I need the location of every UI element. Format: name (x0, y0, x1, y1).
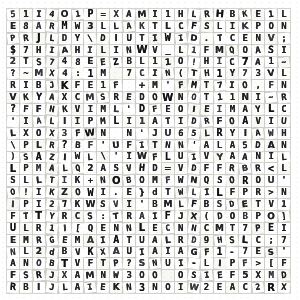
grid-cell: R (214, 128, 226, 139)
grid-cell: B (33, 80, 45, 91)
grid-cell: F (214, 116, 226, 127)
grid-cell: B (20, 282, 32, 293)
grid-cell: L (265, 104, 277, 115)
grid-cell: 8 (71, 56, 84, 68)
grid-cell: E (84, 80, 96, 91)
grid-cell: L (97, 45, 109, 56)
grid-cell: $ (7, 45, 19, 56)
grid-cell: E (214, 282, 226, 293)
grid-cell: 7 (239, 57, 251, 68)
grid-cell: S (20, 151, 32, 162)
grid-cell: L (200, 127, 213, 139)
grid-cell: D (252, 139, 265, 151)
grid-cell: R (33, 223, 45, 234)
grid-cell: D (149, 163, 161, 174)
grid-cell: L (58, 282, 71, 294)
grid-cell: D (97, 32, 110, 44)
grid-cell: K (58, 104, 71, 116)
grid-cell: S (97, 199, 110, 211)
grid-cell: I (200, 270, 212, 281)
grid-cell: A (84, 235, 96, 246)
grid-cell: Y (213, 151, 226, 163)
grid-cell: I (252, 92, 264, 103)
grid-cell: C (226, 33, 238, 44)
grid-cell: : (71, 68, 84, 80)
grid-cell: A (226, 152, 238, 163)
grid-cell: [ (265, 258, 277, 269)
grid-cell: O (7, 187, 19, 198)
grid-cell: N (20, 258, 32, 269)
grid-cell: E (239, 199, 252, 211)
grid-cell: C (174, 20, 187, 32)
grid-cell: F (123, 140, 135, 151)
grid-cell: F (174, 80, 187, 92)
grid-cell: B (45, 258, 58, 270)
grid-cell: F (84, 140, 96, 151)
grid-cell: 1 (162, 9, 174, 20)
grid-cell: 6 (174, 127, 187, 139)
grid-cell: L (110, 116, 122, 127)
grid-cell: N (123, 44, 136, 56)
grid-cell: E (7, 21, 19, 32)
grid-cell: P (226, 258, 238, 269)
grid-cell: I (175, 32, 187, 43)
grid-cell: . (110, 187, 123, 199)
grid-cell: E (97, 56, 110, 68)
grid-cell: N (162, 139, 175, 151)
grid-cell: E (123, 92, 136, 104)
grid-cell: K (45, 187, 58, 199)
grid-cell: B (59, 247, 71, 258)
grid-cell: W (84, 127, 96, 138)
grid-cell: B (149, 199, 161, 210)
grid-cell: L (239, 234, 252, 246)
grid-cell: I (110, 45, 122, 56)
grid-cell: W (84, 187, 96, 198)
grid-cell: T (123, 235, 135, 246)
grid-cell: T (213, 32, 226, 44)
grid-cell: V (71, 246, 84, 258)
grid-cell: N (123, 282, 136, 294)
grid-cell: 1 (265, 9, 278, 21)
grid-cell: N (278, 187, 290, 198)
grid-cell: X (45, 127, 58, 139)
grid-cell: A (239, 104, 251, 115)
grid-cell: M (187, 80, 200, 92)
grid-cell (123, 80, 135, 91)
grid-cell: F (110, 80, 123, 92)
grid-cell: U (7, 223, 19, 234)
grid-cell: ; (265, 235, 277, 246)
grid-cell: T (226, 223, 238, 234)
grid-cell: A (252, 56, 265, 68)
grid-cell: Y (45, 210, 58, 222)
letter-grid-board: 51I4O1P=XAMI1HLRHBKE1LE8ARMW3LLAKTLCFSLI… (6, 8, 291, 294)
grid-cell: C (72, 92, 84, 103)
grid-cell: K (239, 20, 252, 32)
grid-cell: O (226, 211, 238, 222)
grid-cell: Y (226, 128, 238, 139)
grid-cell: A (45, 163, 58, 175)
grid-cell: > (265, 187, 278, 199)
grid-cell: I (213, 258, 226, 270)
grid-cell: N (7, 246, 20, 258)
grid-cell: T (201, 92, 213, 103)
grid-cell: L (20, 175, 32, 186)
grid-cell: T (162, 187, 174, 198)
grid-cell: I (59, 116, 71, 127)
grid-cell: F (149, 151, 162, 163)
grid-cell: O (265, 210, 278, 222)
grid-cell: D (187, 234, 200, 246)
grid-cell: P (110, 258, 123, 270)
grid-cell: I (45, 44, 58, 56)
grid-cell: M (97, 68, 109, 79)
grid-cell: = (162, 163, 174, 174)
grid-cell: N (252, 33, 264, 44)
grid-cell: A (201, 140, 213, 151)
grid-cell: 7 (45, 56, 58, 68)
grid-cell: 4 (59, 57, 71, 68)
grid-cell: , (252, 80, 264, 91)
grid-cell: A (7, 258, 19, 269)
grid-cell: ( (201, 211, 213, 222)
grid-cell: Z (45, 151, 58, 163)
grid-cell: T (201, 80, 213, 91)
grid-cell: P (252, 211, 264, 222)
grid-cell: 2 (84, 163, 96, 174)
grid-cell: A (239, 116, 251, 127)
grid-cell: N (187, 222, 200, 234)
grid-cell: O (71, 187, 84, 199)
grid-cell: R (45, 139, 58, 151)
grid-cell: P (20, 163, 32, 174)
grid-cell: R (265, 282, 277, 293)
grid-cell: I (226, 80, 239, 92)
grid-cell: S (110, 163, 122, 174)
grid-cell: 2 (252, 282, 264, 293)
grid-cell: I (123, 152, 135, 163)
grid-cell: D (187, 32, 200, 44)
grid-cell: C (72, 211, 84, 222)
grid-cell: 7 (123, 68, 135, 79)
grid-cell: H (72, 45, 84, 56)
grid-cell: B (201, 199, 213, 210)
grid-cell: G (187, 246, 200, 258)
grid-cell: V (7, 92, 19, 103)
grid-cell: L (214, 21, 226, 32)
grid-cell: O (226, 115, 239, 127)
grid-cell: K (72, 175, 84, 186)
grid-cell: . (201, 33, 213, 44)
grid-cell: 3 (252, 68, 264, 79)
grid-cell: B (123, 175, 135, 186)
grid-cell: I (84, 44, 97, 56)
grid-cell: R (32, 234, 45, 246)
grid-cell: V (175, 163, 187, 174)
grid-cell: E (239, 33, 251, 44)
grid-cell: E (123, 187, 135, 198)
grid-cell: T (19, 210, 32, 222)
grid-cell: V (110, 199, 123, 211)
grid-cell: 1 (214, 247, 226, 258)
grid-cell: A (252, 44, 265, 56)
grid-cell: I (97, 234, 110, 246)
grid-cell: D (226, 199, 238, 210)
grid-cell: d (45, 246, 58, 258)
grid-cell: C (162, 222, 174, 233)
grid-cell: Q (84, 223, 96, 234)
grid-cell: F (20, 104, 33, 116)
grid-cell: I (72, 116, 84, 127)
grid-cell: N (123, 222, 136, 234)
grid-cell: = (97, 9, 109, 20)
grid-cell: 1 (97, 80, 109, 91)
grid-cell: F (162, 211, 174, 222)
puzzle-page: 51I4O1P=XAMI1HLRHBKE1LE8ARMW3LLAKTLCFSLI… (0, 0, 300, 300)
grid-cell: O (33, 128, 45, 139)
grid-cell: D (136, 104, 148, 115)
grid-cell: ? (123, 258, 136, 270)
grid-cell: T (187, 68, 200, 80)
grid-cell: ' (162, 80, 174, 91)
grid-cell: L (162, 21, 174, 32)
grid-cell: I (136, 246, 149, 258)
grid-cell: L (110, 104, 123, 116)
grid-cell: H (213, 234, 225, 245)
grid-cell: F (7, 211, 19, 222)
grid-cell: P (7, 32, 19, 43)
grid-cell: X (97, 246, 109, 257)
grid-cell: O (175, 270, 187, 281)
grid-cell: V (123, 163, 136, 175)
grid-cell: 4 (58, 68, 71, 80)
grid-cell: E (265, 223, 277, 234)
grid-cell: A (45, 92, 58, 104)
grid-cell: T (20, 57, 32, 68)
grid-cell: Q (226, 44, 238, 55)
grid-cell: A (72, 282, 84, 293)
grid-cell: D (213, 210, 226, 222)
grid-cell: K (72, 199, 84, 210)
grid-cell: L (278, 163, 290, 174)
grid-cell: R (7, 282, 20, 294)
grid-cell: N (123, 128, 135, 139)
grid-cell: Y (72, 33, 84, 44)
grid-cell: L (214, 140, 226, 151)
grid-cell: 5 (239, 270, 251, 281)
grid-cell: N (175, 223, 187, 234)
grid-cell: W (136, 45, 148, 56)
grid-cell: K (19, 92, 32, 104)
grid-cell: ' (136, 127, 149, 139)
grid-cell: H (278, 128, 290, 139)
grid-cell: 2 (7, 57, 19, 68)
grid-cell: O (149, 270, 162, 282)
grid-cell: Z (110, 56, 122, 67)
grid-cell: - (226, 246, 239, 258)
grid-cell: W (162, 92, 174, 103)
grid-cell: F (7, 270, 19, 281)
grid-cell: 3 (123, 270, 135, 281)
grid-cell: S (97, 92, 109, 103)
grid-cell: A (226, 140, 238, 151)
grid-cell: - (187, 258, 200, 270)
grid-cell: R (252, 187, 264, 198)
grid-cell (162, 270, 174, 281)
grid-cell: O (32, 258, 45, 270)
grid-cell: J (33, 33, 45, 44)
grid-cell: N (187, 175, 200, 187)
grid-cell: X (59, 92, 71, 103)
grid-cell: N (252, 152, 264, 163)
grid-cell: M (33, 163, 45, 174)
grid-cell: L (214, 187, 226, 198)
grid-cell: A (149, 247, 161, 258)
grid-cell: H (213, 9, 226, 21)
grid-cell: O (187, 92, 200, 104)
grid-cell: I (214, 57, 226, 68)
grid-cell: ' (110, 152, 122, 163)
grid-cell: R (45, 20, 58, 32)
grid-cell: F (187, 199, 200, 211)
grid-cell: F (200, 246, 213, 258)
grid-cell: V (265, 199, 277, 210)
grid-cell: X (187, 210, 200, 222)
grid-cell: L (110, 20, 123, 32)
grid-cell: N (239, 92, 251, 103)
grid-cell: _ (162, 45, 174, 56)
grid-cell: I (149, 32, 162, 44)
grid-cell: Y (226, 68, 238, 79)
grid-cell: A (149, 116, 161, 127)
grid-cell: L (97, 21, 109, 32)
grid-cell: J (45, 270, 58, 282)
grid-cell: O (239, 80, 252, 92)
grid-cell: P (20, 199, 32, 210)
grid-cell: [ (71, 222, 84, 234)
grid-cell: I (110, 33, 122, 44)
grid-cell: I (175, 116, 187, 127)
grid-cell: D (187, 115, 200, 127)
grid-cell: 7 (20, 45, 32, 56)
grid-cell: ' (7, 115, 20, 127)
grid-cell: ! (20, 187, 33, 199)
grid-cell: I (265, 116, 277, 127)
grid-cell: X (278, 282, 291, 294)
grid-cell: C (239, 282, 251, 293)
grid-cell: C (226, 56, 239, 68)
grid-cell: S (19, 270, 32, 282)
grid-cell: E (97, 282, 110, 294)
grid-cell: R (252, 163, 265, 175)
grid-cell: M (72, 235, 84, 246)
grid-cell: S (200, 20, 213, 32)
grid-cell: ' (278, 175, 290, 186)
grid-cell: Q (201, 175, 213, 186)
grid-cell: 7 (239, 68, 252, 80)
grid-cell: F (265, 80, 277, 91)
grid-cell: M (97, 115, 110, 127)
grid-cell: R (123, 211, 135, 222)
grid-cell: W (110, 270, 123, 282)
grid-cell: I (162, 247, 174, 258)
grid-cell: C (252, 235, 264, 246)
grid-cell: M (214, 45, 226, 56)
grid-cell: L (278, 68, 290, 79)
grid-cell (110, 128, 122, 139)
grid-cell: S (213, 175, 226, 187)
grid-cell: G (46, 234, 58, 245)
grid-cell: W (72, 21, 84, 32)
grid-cell: T (136, 33, 148, 44)
grid-cell: N (174, 139, 187, 151)
grid-cell: M (97, 104, 109, 115)
grid-cell: M (84, 92, 97, 104)
grid-cell: P (252, 222, 265, 234)
grid-cell: V (72, 258, 84, 269)
grid-cell: 7 (239, 223, 251, 234)
grid-cell: R (110, 92, 122, 103)
grid-cell: Z (59, 187, 71, 198)
grid-cell: X (45, 68, 58, 80)
grid-cell: ( (175, 68, 187, 79)
grid-cell: V (201, 152, 213, 163)
grid-cell: A (97, 163, 109, 174)
grid-cell: 2 (45, 199, 58, 211)
grid-cell: ! (187, 56, 200, 68)
grid-cell: K (110, 282, 122, 293)
grid-cell: L (32, 175, 45, 187)
grid-cell: P (252, 21, 264, 32)
grid-cell: Y (252, 104, 265, 116)
grid-cell: V (265, 68, 278, 80)
grid-cell: ] (278, 211, 290, 222)
grid-cell: I (7, 199, 20, 211)
grid-cell: R (33, 270, 45, 281)
grid-cell: L (161, 234, 174, 246)
grid-cell: E (252, 247, 264, 258)
grid-cell: K (136, 21, 148, 32)
grid-cell: T (161, 115, 174, 127)
grid-cell: I (84, 282, 96, 293)
grid-cell: M (226, 104, 238, 115)
grid-cell: N (162, 68, 174, 79)
grid-cell: 1 (149, 57, 161, 68)
grid-cell: 2 (201, 282, 213, 293)
grid-cell: V (72, 104, 84, 115)
grid-cell: ? (7, 68, 20, 80)
grid-cell: 1 (161, 56, 174, 68)
grid-cell: A (123, 9, 136, 21)
grid-cell: 7 (278, 235, 290, 246)
grid-cell: L (278, 151, 291, 163)
grid-cell: H (201, 57, 213, 68)
grid-cell: 1 (84, 68, 96, 79)
grid-cell: I (123, 116, 135, 127)
grid-cell: I (214, 104, 226, 115)
grid-cell: O (149, 92, 162, 104)
grid-cell: L (201, 258, 213, 269)
grid-cell: U (123, 33, 135, 44)
grid-cell: T (252, 199, 264, 210)
grid-cell: R (59, 211, 71, 222)
grid-cell: R (226, 163, 239, 175)
grid-cell: ' (136, 199, 148, 210)
grid-cell: U (123, 247, 135, 258)
grid-cell: T (33, 211, 45, 222)
grid-cell: W (265, 127, 278, 139)
